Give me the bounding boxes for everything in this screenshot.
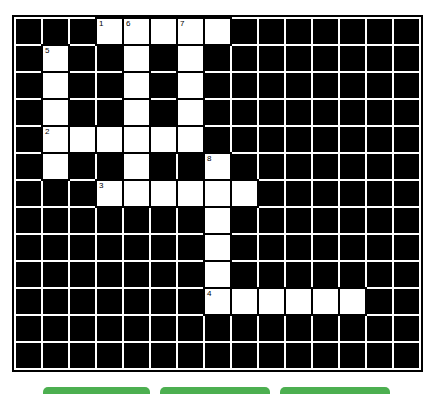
letter-cell[interactable] bbox=[151, 19, 176, 44]
black-cell bbox=[313, 262, 338, 287]
clue-number: 1 bbox=[99, 19, 103, 29]
black-cell bbox=[367, 343, 392, 368]
black-cell bbox=[313, 208, 338, 233]
black-cell bbox=[232, 208, 257, 233]
letter-cell[interactable]: 4 bbox=[205, 289, 230, 314]
black-cell bbox=[205, 46, 230, 71]
letter-cell[interactable] bbox=[205, 181, 230, 206]
black-cell bbox=[259, 19, 284, 44]
black-cell bbox=[313, 316, 338, 341]
black-cell bbox=[286, 154, 311, 179]
black-cell bbox=[97, 154, 122, 179]
black-cell bbox=[70, 73, 95, 98]
black-cell bbox=[340, 181, 365, 206]
letter-cell[interactable]: 2 bbox=[43, 127, 68, 152]
letter-cell[interactable] bbox=[43, 154, 68, 179]
black-cell bbox=[151, 235, 176, 260]
black-cell bbox=[70, 46, 95, 71]
black-cell bbox=[178, 343, 203, 368]
letter-cell[interactable] bbox=[178, 127, 203, 152]
black-cell bbox=[70, 316, 95, 341]
black-cell bbox=[286, 208, 311, 233]
black-cell bbox=[16, 235, 41, 260]
black-cell bbox=[394, 73, 419, 98]
black-cell bbox=[124, 262, 149, 287]
letter-cell[interactable] bbox=[205, 235, 230, 260]
black-cell bbox=[97, 262, 122, 287]
letter-cell[interactable] bbox=[124, 46, 149, 71]
black-cell bbox=[151, 262, 176, 287]
black-cell bbox=[286, 181, 311, 206]
black-cell bbox=[286, 73, 311, 98]
black-cell bbox=[70, 343, 95, 368]
black-cell bbox=[97, 46, 122, 71]
black-cell bbox=[394, 154, 419, 179]
black-cell bbox=[16, 262, 41, 287]
action-button-1[interactable] bbox=[43, 387, 150, 394]
black-cell bbox=[367, 46, 392, 71]
black-cell bbox=[205, 127, 230, 152]
black-cell bbox=[259, 235, 284, 260]
black-cell bbox=[16, 100, 41, 125]
letter-cell[interactable] bbox=[205, 208, 230, 233]
black-cell bbox=[367, 181, 392, 206]
black-cell bbox=[151, 343, 176, 368]
black-cell bbox=[367, 19, 392, 44]
clue-number: 5 bbox=[45, 46, 49, 56]
clue-number: 4 bbox=[207, 289, 211, 299]
black-cell bbox=[313, 127, 338, 152]
black-cell bbox=[394, 127, 419, 152]
black-cell bbox=[178, 235, 203, 260]
black-cell bbox=[43, 208, 68, 233]
black-cell bbox=[232, 154, 257, 179]
action-button-3[interactable] bbox=[280, 387, 390, 394]
black-cell bbox=[340, 316, 365, 341]
black-cell bbox=[43, 316, 68, 341]
black-cell bbox=[313, 46, 338, 71]
crossword-grid: 16752834 bbox=[12, 15, 423, 372]
letter-cell[interactable] bbox=[259, 289, 284, 314]
black-cell bbox=[313, 154, 338, 179]
black-cell bbox=[286, 127, 311, 152]
black-cell bbox=[259, 262, 284, 287]
black-cell bbox=[232, 19, 257, 44]
black-cell bbox=[97, 316, 122, 341]
letter-cell[interactable] bbox=[151, 127, 176, 152]
black-cell bbox=[70, 289, 95, 314]
black-cell bbox=[97, 73, 122, 98]
black-cell bbox=[70, 262, 95, 287]
black-cell bbox=[97, 289, 122, 314]
clue-number: 3 bbox=[99, 181, 103, 191]
black-cell bbox=[70, 19, 95, 44]
black-cell bbox=[286, 19, 311, 44]
letter-cell[interactable]: 7 bbox=[178, 19, 203, 44]
black-cell bbox=[16, 19, 41, 44]
black-cell bbox=[43, 262, 68, 287]
black-cell bbox=[151, 100, 176, 125]
black-cell bbox=[259, 127, 284, 152]
letter-cell[interactable]: 3 bbox=[97, 181, 122, 206]
action-button-2[interactable] bbox=[160, 387, 270, 394]
black-cell bbox=[43, 235, 68, 260]
black-cell bbox=[70, 235, 95, 260]
black-cell bbox=[340, 46, 365, 71]
letter-cell[interactable] bbox=[340, 289, 365, 314]
clue-number: 2 bbox=[45, 127, 49, 137]
black-cell bbox=[124, 208, 149, 233]
letter-cell[interactable] bbox=[124, 181, 149, 206]
black-cell bbox=[205, 73, 230, 98]
black-cell bbox=[394, 208, 419, 233]
clue-number: 8 bbox=[207, 154, 211, 164]
black-cell bbox=[43, 289, 68, 314]
black-cell bbox=[151, 289, 176, 314]
black-cell bbox=[259, 154, 284, 179]
letter-cell[interactable] bbox=[178, 181, 203, 206]
black-cell bbox=[205, 100, 230, 125]
black-cell bbox=[232, 100, 257, 125]
black-cell bbox=[151, 46, 176, 71]
black-cell bbox=[340, 208, 365, 233]
black-cell bbox=[340, 262, 365, 287]
black-cell bbox=[43, 181, 68, 206]
black-cell bbox=[178, 262, 203, 287]
black-cell bbox=[259, 181, 284, 206]
letter-cell[interactable] bbox=[124, 127, 149, 152]
black-cell bbox=[394, 343, 419, 368]
black-cell bbox=[151, 154, 176, 179]
black-cell bbox=[394, 181, 419, 206]
black-cell bbox=[232, 262, 257, 287]
black-cell bbox=[394, 262, 419, 287]
black-cell bbox=[70, 208, 95, 233]
black-cell bbox=[16, 343, 41, 368]
black-cell bbox=[16, 181, 41, 206]
black-cell bbox=[151, 208, 176, 233]
black-cell bbox=[16, 73, 41, 98]
black-cell bbox=[97, 235, 122, 260]
letter-cell[interactable] bbox=[178, 100, 203, 125]
black-cell bbox=[43, 19, 68, 44]
clue-number: 7 bbox=[180, 19, 184, 29]
black-cell bbox=[394, 46, 419, 71]
black-cell bbox=[232, 127, 257, 152]
black-cell bbox=[340, 127, 365, 152]
black-cell bbox=[232, 316, 257, 341]
letter-cell[interactable]: 6 bbox=[124, 19, 149, 44]
black-cell bbox=[313, 73, 338, 98]
black-cell bbox=[16, 127, 41, 152]
letter-cell[interactable] bbox=[151, 181, 176, 206]
black-cell bbox=[313, 19, 338, 44]
black-cell bbox=[97, 343, 122, 368]
letter-cell[interactable] bbox=[178, 73, 203, 98]
black-cell bbox=[178, 208, 203, 233]
letter-cell[interactable] bbox=[43, 100, 68, 125]
letter-cell[interactable] bbox=[124, 73, 149, 98]
black-cell bbox=[124, 235, 149, 260]
black-cell bbox=[340, 343, 365, 368]
letter-cell[interactable] bbox=[43, 73, 68, 98]
black-cell bbox=[286, 235, 311, 260]
black-cell bbox=[313, 343, 338, 368]
black-cell bbox=[367, 289, 392, 314]
black-cell bbox=[286, 343, 311, 368]
black-cell bbox=[97, 100, 122, 125]
black-cell bbox=[232, 46, 257, 71]
black-cell bbox=[367, 235, 392, 260]
letter-cell[interactable] bbox=[178, 46, 203, 71]
black-cell bbox=[259, 73, 284, 98]
black-cell bbox=[313, 235, 338, 260]
black-cell bbox=[178, 289, 203, 314]
black-cell bbox=[16, 289, 41, 314]
black-cell bbox=[340, 235, 365, 260]
black-cell bbox=[70, 100, 95, 125]
black-cell bbox=[394, 289, 419, 314]
black-cell bbox=[16, 316, 41, 341]
letter-cell[interactable] bbox=[124, 100, 149, 125]
black-cell bbox=[232, 73, 257, 98]
letter-cell[interactable] bbox=[70, 127, 95, 152]
black-cell bbox=[124, 343, 149, 368]
letter-cell[interactable] bbox=[205, 19, 230, 44]
black-cell bbox=[70, 181, 95, 206]
black-cell bbox=[286, 262, 311, 287]
black-cell bbox=[232, 235, 257, 260]
letter-cell[interactable] bbox=[313, 289, 338, 314]
black-cell bbox=[340, 19, 365, 44]
black-cell bbox=[16, 154, 41, 179]
black-cell bbox=[124, 316, 149, 341]
letter-cell[interactable]: 5 bbox=[43, 46, 68, 71]
letter-cell[interactable] bbox=[232, 289, 257, 314]
letter-cell[interactable]: 8 bbox=[205, 154, 230, 179]
black-cell bbox=[70, 154, 95, 179]
black-cell bbox=[151, 316, 176, 341]
clue-number: 6 bbox=[126, 19, 130, 29]
letter-cell[interactable] bbox=[205, 262, 230, 287]
black-cell bbox=[43, 343, 68, 368]
black-cell bbox=[394, 100, 419, 125]
letter-cell[interactable] bbox=[286, 289, 311, 314]
letter-cell[interactable] bbox=[232, 181, 257, 206]
letter-cell[interactable]: 1 bbox=[97, 19, 122, 44]
black-cell bbox=[259, 343, 284, 368]
black-cell bbox=[205, 343, 230, 368]
black-cell bbox=[367, 262, 392, 287]
black-cell bbox=[178, 154, 203, 179]
black-cell bbox=[205, 316, 230, 341]
black-cell bbox=[259, 316, 284, 341]
black-cell bbox=[232, 343, 257, 368]
black-cell bbox=[124, 289, 149, 314]
black-cell bbox=[367, 154, 392, 179]
black-cell bbox=[259, 100, 284, 125]
black-cell bbox=[394, 316, 419, 341]
black-cell bbox=[178, 316, 203, 341]
letter-cell[interactable] bbox=[124, 154, 149, 179]
black-cell bbox=[286, 46, 311, 71]
black-cell bbox=[16, 208, 41, 233]
black-cell bbox=[286, 100, 311, 125]
black-cell bbox=[367, 100, 392, 125]
black-cell bbox=[394, 235, 419, 260]
black-cell bbox=[259, 208, 284, 233]
black-cell bbox=[340, 154, 365, 179]
black-cell bbox=[16, 46, 41, 71]
black-cell bbox=[313, 100, 338, 125]
black-cell bbox=[367, 208, 392, 233]
black-cell bbox=[367, 127, 392, 152]
black-cell bbox=[286, 316, 311, 341]
black-cell bbox=[340, 100, 365, 125]
black-cell bbox=[340, 73, 365, 98]
black-cell bbox=[367, 73, 392, 98]
letter-cell[interactable] bbox=[97, 127, 122, 152]
black-cell bbox=[394, 19, 419, 44]
button-row bbox=[0, 387, 433, 394]
black-cell bbox=[367, 316, 392, 341]
black-cell bbox=[97, 208, 122, 233]
black-cell bbox=[259, 46, 284, 71]
black-cell bbox=[313, 181, 338, 206]
black-cell bbox=[151, 73, 176, 98]
